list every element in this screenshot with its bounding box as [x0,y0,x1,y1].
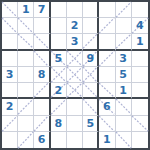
cell-r7c5[interactable] [67,99,83,115]
given-digit-r9c7: 1 [103,134,111,145]
given-digit-r1c3: 7 [38,4,46,15]
cell-r1c7[interactable] [99,2,115,18]
diagonal-down-mark [99,116,114,131]
given-digit-r2c5: 2 [71,20,79,31]
cell-r5c2[interactable] [18,67,34,83]
sudoku-board: 17243159338521268561 [0,0,150,150]
diagonal-down-mark [2,18,17,33]
cell-r2c6[interactable] [83,18,99,34]
cell-r3c3[interactable] [34,34,50,50]
diagonal-down-mark [83,99,97,114]
diagonal-up-mark [18,99,33,114]
diagonal-up-mark [116,34,131,48]
cell-r5c1[interactable]: 3 [2,67,18,83]
cell-r3c9[interactable]: 1 [132,34,148,50]
diagonal-up-mark [34,116,48,131]
cell-r2c2[interactable] [18,18,34,34]
cell-r7c3[interactable] [34,99,50,115]
cell-r2c4[interactable] [51,18,67,34]
given-digit-r4c4: 5 [54,53,62,64]
diagonal-down-mark [132,116,148,131]
cell-r4c4[interactable]: 5 [51,51,67,67]
diagonal-x-mark [67,51,82,66]
diagonal-up-mark [34,83,48,97]
diagonal-x-mark [83,67,97,82]
given-digit-r1c2: 1 [22,4,30,15]
diagonal-up-mark [2,116,17,131]
cell-r9c6[interactable] [83,132,99,148]
given-digit-r4c8: 3 [119,53,127,64]
cell-r7c9[interactable] [132,99,148,115]
cell-r5c3[interactable]: 8 [34,67,50,83]
cell-r8c7[interactable] [99,116,115,132]
given-digit-r5c1: 3 [6,69,14,80]
diagonal-down-mark [18,34,33,48]
given-digit-r8c6: 5 [86,118,94,129]
diagonal-up-mark [18,132,33,148]
cell-r5c7[interactable] [99,67,115,83]
cell-r5c5[interactable] [67,67,83,83]
cell-r9c9[interactable] [132,132,148,148]
given-digit-r3c5: 3 [71,36,79,47]
cell-r4c5[interactable] [67,51,83,67]
cell-r7c7[interactable]: 6 [99,99,115,115]
cell-r2c8[interactable] [116,18,132,34]
diagonal-down-mark [99,83,114,97]
cell-r9c1[interactable] [2,132,18,148]
cell-r3c6[interactable] [83,34,99,50]
diagonal-down-mark [83,83,97,97]
cell-r4c1[interactable] [2,51,18,67]
diagonal-up-mark [116,2,131,17]
given-digit-r5c3: 8 [38,69,46,80]
diagonal-x-mark [67,83,82,97]
cell-r6c8[interactable]: 1 [116,83,132,99]
cell-r2c3[interactable] [34,18,50,34]
given-digit-r9c3: 6 [38,134,46,145]
cell-r7c1[interactable]: 2 [2,99,18,115]
given-digit-r6c4: 2 [54,85,62,96]
cell-r3c1[interactable] [2,34,18,50]
cell-r6c7[interactable] [99,83,115,99]
cell-r3c2[interactable] [18,34,34,50]
diagonal-up-mark [83,34,97,48]
cell-r1c9[interactable] [132,2,148,18]
cell-r7c8[interactable] [116,99,132,115]
cell-r9c4[interactable] [51,132,67,148]
diagonal-down-mark [2,2,17,17]
cell-r1c1[interactable] [2,2,18,18]
cell-r8c2[interactable] [18,116,34,132]
cell-r8c5[interactable] [67,116,83,132]
cell-r9c7[interactable]: 1 [99,132,115,148]
cell-r4c2[interactable] [18,51,34,67]
given-digit-r6c8: 1 [119,85,127,96]
cell-r3c7[interactable] [99,34,115,50]
cell-r2c7[interactable] [99,18,115,34]
diagonal-down-mark [116,132,131,148]
cell-r3c4[interactable] [51,34,67,50]
diagonal-down-mark [34,51,48,66]
cell-r6c5[interactable] [67,83,83,99]
cell-r7c2[interactable] [18,99,34,115]
cell-r9c3[interactable]: 6 [34,132,50,148]
cell-r1c4[interactable] [51,2,67,18]
cell-r7c4[interactable] [51,99,67,115]
cell-r1c6[interactable] [83,2,99,18]
cell-r9c8[interactable] [116,132,132,148]
cell-r9c2[interactable] [18,132,34,148]
cell-r1c8[interactable] [116,2,132,18]
given-digit-r7c7: 6 [103,101,111,112]
cell-r8c4[interactable]: 8 [51,116,67,132]
cell-r8c6[interactable]: 5 [83,116,99,132]
cell-r1c2[interactable]: 1 [18,2,34,18]
diagonal-x-mark [51,67,66,82]
cell-r3c5[interactable]: 3 [67,34,83,50]
diagonal-up-mark [99,51,114,66]
cell-r5c6[interactable] [83,67,99,83]
cell-r1c5[interactable] [67,2,83,18]
cell-r1c3[interactable]: 7 [34,2,50,18]
cell-r8c3[interactable] [34,116,50,132]
cell-r4c9[interactable] [132,51,148,67]
cell-r3c8[interactable] [116,34,132,50]
cell-r2c1[interactable] [2,18,18,34]
cell-r8c8[interactable] [116,116,132,132]
cell-r2c9[interactable]: 4 [132,18,148,34]
cell-r4c7[interactable] [99,51,115,67]
diagonal-up-mark [99,18,114,33]
diagonal-down-mark [18,18,33,33]
diagonal-x-mark [67,67,82,82]
given-digit-r3c9: 1 [136,36,144,47]
cell-r8c1[interactable] [2,116,18,132]
cell-r8c9[interactable] [132,116,148,132]
cell-r4c3[interactable] [34,51,50,67]
cell-r6c1[interactable] [2,83,18,99]
cell-r6c2[interactable] [18,83,34,99]
diagonal-down-mark [116,99,131,114]
cell-r6c4[interactable]: 2 [51,83,67,99]
given-digit-r7c1: 2 [6,101,14,112]
cell-r5c9[interactable] [132,67,148,83]
cell-r5c4[interactable] [51,67,67,83]
cell-r4c6[interactable]: 9 [83,51,99,67]
diagonal-down-mark [34,34,48,48]
cell-r2c5[interactable]: 2 [67,18,83,34]
given-digit-r2c9: 4 [136,20,144,31]
cell-r5c8[interactable]: 5 [116,67,132,83]
cell-r6c6[interactable] [83,83,99,99]
cell-r6c9[interactable] [132,83,148,99]
given-digit-r4c6: 9 [86,53,94,64]
cell-r4c8[interactable]: 3 [116,51,132,67]
diagonal-up-mark [51,99,66,114]
given-digit-r8c4: 8 [54,118,62,129]
given-digit-r5c8: 5 [119,69,127,80]
cell-r9c5[interactable] [67,132,83,148]
cell-r7c6[interactable] [83,99,99,115]
cell-r6c3[interactable] [34,83,50,99]
